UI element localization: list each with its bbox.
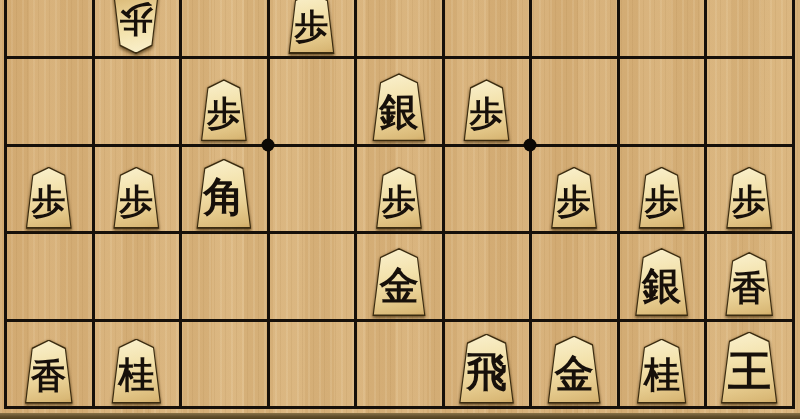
rook-piece-body: 飛 bbox=[456, 334, 518, 404]
square-7h[interactable] bbox=[182, 234, 267, 318]
piece-rook-sente-4i[interactable]: 飛 bbox=[456, 334, 518, 404]
piece-gold-sente-3i[interactable]: 金 bbox=[544, 336, 604, 404]
kanji-bishop: 角 bbox=[203, 177, 244, 218]
bishop-piece-body: 角 bbox=[193, 159, 255, 229]
kanji-pawn: 歩 bbox=[557, 184, 591, 218]
pawn-piece-body: 歩 bbox=[373, 167, 425, 229]
pawn-piece-body: 歩 bbox=[110, 167, 162, 229]
square-8f[interactable] bbox=[94, 59, 179, 143]
square-8h[interactable] bbox=[94, 234, 179, 318]
kanji-pawn: 歩 bbox=[207, 96, 241, 130]
square-7i[interactable] bbox=[182, 322, 267, 406]
square-6g[interactable] bbox=[269, 147, 354, 231]
knight-piece-body: 桂 bbox=[634, 339, 690, 404]
piece-pawn-sente-9g[interactable]: 歩 bbox=[23, 167, 75, 229]
square-6f[interactable] bbox=[269, 59, 354, 143]
kanji-king: 王 bbox=[728, 350, 771, 393]
kanji-pawn: 歩 bbox=[732, 184, 766, 218]
silver-piece-body: 銀 bbox=[632, 248, 692, 316]
shogi-board: 歩歩歩銀歩歩歩角歩歩歩歩金銀香香桂飛金桂王 bbox=[0, 0, 800, 419]
kanji-pawn: 歩 bbox=[470, 96, 504, 130]
pawn-piece-body: 歩 bbox=[461, 79, 513, 141]
square-5e[interactable] bbox=[357, 0, 442, 56]
piece-silver-sente-5f[interactable]: 銀 bbox=[369, 73, 429, 141]
piece-pawn-sente-4f[interactable]: 歩 bbox=[461, 79, 513, 141]
piece-pawn-gote-8e[interactable]: 歩 bbox=[110, 0, 162, 54]
square-5i[interactable] bbox=[357, 322, 442, 406]
board-bottom-edge bbox=[0, 413, 800, 419]
kanji-silver: 銀 bbox=[379, 91, 418, 130]
square-1f[interactable] bbox=[707, 59, 792, 143]
piece-gold-sente-5h[interactable]: 金 bbox=[369, 248, 429, 316]
square-4h[interactable] bbox=[444, 234, 529, 318]
lance-piece-body: 香 bbox=[722, 252, 776, 316]
pawn-piece-body: 歩 bbox=[285, 0, 337, 54]
piece-pawn-sente-7f[interactable]: 歩 bbox=[198, 79, 250, 141]
square-3f[interactable] bbox=[532, 59, 617, 143]
kanji-lance: 香 bbox=[31, 357, 66, 392]
square-6h[interactable] bbox=[269, 234, 354, 318]
piece-pawn-sente-3g[interactable]: 歩 bbox=[548, 167, 600, 229]
pawn-piece-body: 歩 bbox=[23, 167, 75, 229]
piece-knight-sente-8i[interactable]: 桂 bbox=[108, 339, 164, 404]
kanji-gold: 金 bbox=[555, 353, 594, 392]
lance-piece-body: 香 bbox=[22, 340, 76, 404]
piece-lance-sente-1h[interactable]: 香 bbox=[722, 252, 776, 316]
piece-lance-sente-9i[interactable]: 香 bbox=[22, 340, 76, 404]
square-9f[interactable] bbox=[7, 59, 92, 143]
pawn-piece-body: 歩 bbox=[110, 0, 162, 54]
kanji-rook: 飛 bbox=[466, 352, 507, 393]
piece-pawn-sente-5g[interactable]: 歩 bbox=[373, 167, 425, 229]
gold-piece-body: 金 bbox=[369, 248, 429, 316]
king-piece-body: 王 bbox=[717, 332, 781, 404]
kanji-pawn: 歩 bbox=[119, 3, 153, 37]
kanji-lance: 香 bbox=[732, 270, 767, 305]
square-7e[interactable] bbox=[182, 0, 267, 56]
square-1e[interactable] bbox=[707, 0, 792, 56]
kanji-pawn: 歩 bbox=[382, 184, 416, 218]
star-point-1 bbox=[262, 139, 275, 152]
square-2e[interactable] bbox=[619, 0, 704, 56]
square-2f[interactable] bbox=[619, 59, 704, 143]
square-9e[interactable] bbox=[7, 0, 92, 56]
kanji-gold: 金 bbox=[379, 266, 418, 305]
silver-piece-body: 銀 bbox=[369, 73, 429, 141]
square-3e[interactable] bbox=[532, 0, 617, 56]
pawn-piece-body: 歩 bbox=[548, 167, 600, 229]
piece-pawn-sente-1g[interactable]: 歩 bbox=[723, 167, 775, 229]
piece-knight-sente-2i[interactable]: 桂 bbox=[634, 339, 690, 404]
piece-pawn-sente-8g[interactable]: 歩 bbox=[110, 167, 162, 229]
piece-bishop-sente-7g[interactable]: 角 bbox=[193, 159, 255, 229]
star-point-2 bbox=[524, 139, 537, 152]
gold-piece-body: 金 bbox=[544, 336, 604, 404]
piece-king-sente-1i[interactable]: 王 bbox=[717, 332, 781, 404]
kanji-silver: 銀 bbox=[642, 266, 681, 305]
pawn-piece-body: 歩 bbox=[198, 79, 250, 141]
kanji-pawn: 歩 bbox=[32, 184, 66, 218]
square-3h[interactable] bbox=[532, 234, 617, 318]
pawn-piece-body: 歩 bbox=[723, 167, 775, 229]
kanji-pawn: 歩 bbox=[119, 184, 153, 218]
square-4g[interactable] bbox=[444, 147, 529, 231]
square-4e[interactable] bbox=[444, 0, 529, 56]
knight-piece-body: 桂 bbox=[108, 339, 164, 404]
pawn-piece-body: 歩 bbox=[636, 167, 688, 229]
kanji-pawn: 歩 bbox=[645, 184, 679, 218]
piece-silver-sente-2h[interactable]: 銀 bbox=[632, 248, 692, 316]
piece-pawn-sente-6e[interactable]: 歩 bbox=[285, 0, 337, 54]
square-9h[interactable] bbox=[7, 234, 92, 318]
kanji-knight: 桂 bbox=[118, 356, 154, 392]
kanji-knight: 桂 bbox=[644, 356, 680, 392]
square-6i[interactable] bbox=[269, 322, 354, 406]
kanji-pawn: 歩 bbox=[294, 9, 328, 43]
piece-pawn-sente-2g[interactable]: 歩 bbox=[636, 167, 688, 229]
